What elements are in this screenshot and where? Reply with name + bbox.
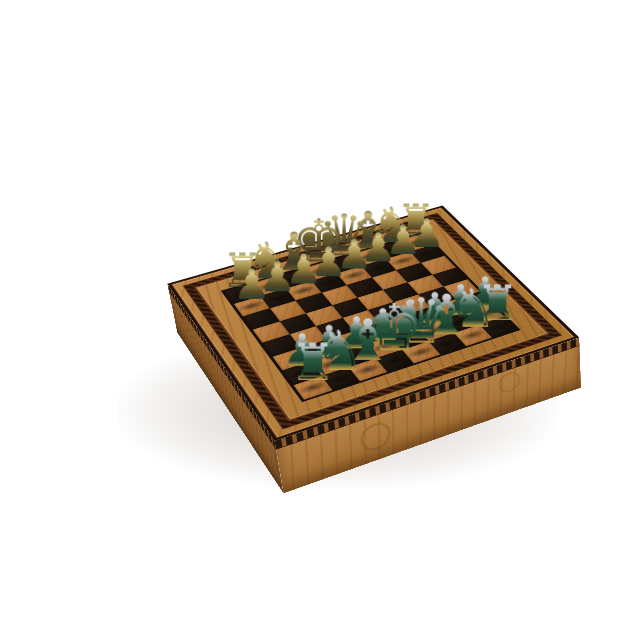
piece-white-rook[interactable]: ♜ <box>290 336 336 388</box>
chessboard-box: ♜♞♝♚♛♝♞♜♟♟♟♟♟♟♟♟♟♟♟♟♟♟♟♟♜♞♝♚♛♝♞♜ <box>167 205 579 441</box>
piece-black-pawn[interactable]: ♟ <box>233 264 271 306</box>
product-photo-scene: ♜♞♝♚♛♝♞♜♟♟♟♟♟♟♟♟♟♟♟♟♟♟♟♟♜♞♝♚♛♝♞♜ <box>0 0 625 625</box>
perspective-container: ♜♞♝♚♛♝♞♜♟♟♟♟♟♟♟♟♟♟♟♟♟♟♟♟♜♞♝♚♛♝♞♜ <box>0 0 625 625</box>
